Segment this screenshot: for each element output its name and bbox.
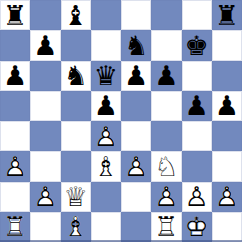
piece-black-knight[interactable]: ♞	[121, 30, 151, 60]
piece-glyph: ♔	[182, 212, 212, 242]
piece-glyph: ♟	[91, 91, 121, 121]
chess-board: ♜♝♜♟♞♚♟♞♛♟♟♟♟♟♟♙♟♙♝♗♟♙♞♘♟♙♛♕♟♙♟♙♟♙♜♖♝♗♜♖…	[0, 0, 242, 242]
square-h5[interactable]: ♟	[212, 91, 242, 121]
piece-white-pawn[interactable]: ♟♙	[151, 182, 181, 212]
square-g3[interactable]	[182, 151, 212, 181]
square-c4[interactable]	[61, 121, 91, 151]
piece-glyph: ♛	[91, 61, 121, 91]
piece-black-knight[interactable]: ♞	[61, 61, 91, 91]
piece-white-pawn[interactable]: ♟♙	[182, 182, 212, 212]
piece-glyph: ♟	[0, 61, 30, 91]
square-a4[interactable]	[0, 121, 30, 151]
square-f1[interactable]: ♜♖	[151, 212, 181, 242]
square-g5[interactable]: ♟	[182, 91, 212, 121]
piece-glyph: ♟	[151, 61, 181, 91]
square-h1[interactable]	[212, 212, 242, 242]
piece-white-bishop[interactable]: ♝♗	[61, 212, 91, 242]
piece-white-knight[interactable]: ♞♘	[151, 151, 181, 181]
square-a2[interactable]	[0, 182, 30, 212]
piece-glyph: ♟	[182, 91, 212, 121]
square-e1[interactable]	[121, 212, 151, 242]
square-c2[interactable]: ♛♕	[61, 182, 91, 212]
piece-white-bishop[interactable]: ♝♗	[91, 151, 121, 181]
square-e6[interactable]: ♟	[121, 61, 151, 91]
square-e5[interactable]	[121, 91, 151, 121]
square-b8[interactable]	[30, 0, 60, 30]
square-c5[interactable]	[61, 91, 91, 121]
piece-black-king[interactable]: ♚	[182, 30, 212, 60]
square-e4[interactable]	[121, 121, 151, 151]
square-e3[interactable]: ♟♙	[121, 151, 151, 181]
square-h6[interactable]	[212, 61, 242, 91]
square-d7[interactable]	[91, 30, 121, 60]
piece-glyph: ♜	[212, 0, 242, 30]
piece-glyph: ♖	[0, 212, 30, 242]
square-d5[interactable]: ♟	[91, 91, 121, 121]
square-b3[interactable]	[30, 151, 60, 181]
piece-black-pawn[interactable]: ♟	[151, 61, 181, 91]
piece-black-bishop[interactable]: ♝	[61, 0, 91, 30]
square-f7[interactable]	[151, 30, 181, 60]
square-g4[interactable]	[182, 121, 212, 151]
piece-glyph: ♙	[30, 182, 60, 212]
square-c3[interactable]	[61, 151, 91, 181]
piece-white-pawn[interactable]: ♟♙	[91, 121, 121, 151]
square-a6[interactable]: ♟	[0, 61, 30, 91]
piece-glyph: ♜	[0, 0, 30, 30]
piece-black-pawn[interactable]: ♟	[91, 91, 121, 121]
square-g8[interactable]	[182, 0, 212, 30]
square-e2[interactable]	[121, 182, 151, 212]
square-h3[interactable]	[212, 151, 242, 181]
piece-white-pawn[interactable]: ♟♙	[212, 182, 242, 212]
piece-glyph: ♟	[121, 61, 151, 91]
piece-glyph: ♟	[212, 91, 242, 121]
square-b5[interactable]	[30, 91, 60, 121]
square-g7[interactable]: ♚	[182, 30, 212, 60]
square-c7[interactable]	[61, 30, 91, 60]
piece-white-pawn[interactable]: ♟♙	[30, 182, 60, 212]
piece-black-pawn[interactable]: ♟	[182, 91, 212, 121]
square-b2[interactable]: ♟♙	[30, 182, 60, 212]
square-d8[interactable]	[91, 0, 121, 30]
piece-glyph: ♙	[91, 121, 121, 151]
piece-glyph: ♙	[212, 182, 242, 212]
square-d4[interactable]: ♟♙	[91, 121, 121, 151]
square-f2[interactable]: ♟♙	[151, 182, 181, 212]
piece-glyph: ♞	[121, 30, 151, 60]
square-b4[interactable]	[30, 121, 60, 151]
square-a5[interactable]	[0, 91, 30, 121]
square-g6[interactable]	[182, 61, 212, 91]
square-f4[interactable]	[151, 121, 181, 151]
piece-white-queen[interactable]: ♛♕	[61, 182, 91, 212]
square-h4[interactable]	[212, 121, 242, 151]
piece-black-pawn[interactable]: ♟	[0, 61, 30, 91]
square-d2[interactable]	[91, 182, 121, 212]
piece-black-pawn[interactable]: ♟	[30, 30, 60, 60]
piece-black-pawn[interactable]: ♟	[212, 91, 242, 121]
piece-glyph: ♟	[30, 30, 60, 60]
piece-glyph: ♙	[151, 182, 181, 212]
piece-glyph: ♝	[61, 0, 91, 30]
square-f5[interactable]	[151, 91, 181, 121]
square-h7[interactable]	[212, 30, 242, 60]
square-c1[interactable]: ♝♗	[61, 212, 91, 242]
square-d1[interactable]	[91, 212, 121, 242]
square-a3[interactable]: ♟♙	[0, 151, 30, 181]
piece-glyph: ♖	[151, 212, 181, 242]
piece-white-pawn[interactable]: ♟♙	[0, 151, 30, 181]
square-c6[interactable]: ♞	[61, 61, 91, 91]
square-g1[interactable]: ♚♔	[182, 212, 212, 242]
square-f8[interactable]	[151, 0, 181, 30]
piece-glyph: ♗	[61, 212, 91, 242]
piece-glyph: ♚	[182, 30, 212, 60]
piece-white-king[interactable]: ♚♔	[182, 212, 212, 242]
square-b6[interactable]	[30, 61, 60, 91]
piece-white-rook[interactable]: ♜♖	[151, 212, 181, 242]
square-b1[interactable]	[30, 212, 60, 242]
square-e8[interactable]	[121, 0, 151, 30]
square-d6[interactable]: ♛	[91, 61, 121, 91]
piece-black-rook[interactable]: ♜	[0, 0, 30, 30]
square-g2[interactable]: ♟♙	[182, 182, 212, 212]
piece-white-rook[interactable]: ♜♖	[0, 212, 30, 242]
square-b7[interactable]: ♟	[30, 30, 60, 60]
square-a1[interactable]: ♜♖	[0, 212, 30, 242]
piece-black-queen[interactable]: ♛	[91, 61, 121, 91]
piece-glyph: ♙	[121, 151, 151, 181]
square-a7[interactable]	[0, 30, 30, 60]
piece-glyph: ♕	[61, 182, 91, 212]
piece-glyph: ♞	[61, 61, 91, 91]
piece-black-rook[interactable]: ♜	[212, 0, 242, 30]
piece-black-pawn[interactable]: ♟	[121, 61, 151, 91]
piece-glyph: ♗	[91, 151, 121, 181]
square-d3[interactable]: ♝♗	[91, 151, 121, 181]
square-a8[interactable]: ♜	[0, 0, 30, 30]
piece-glyph: ♙	[182, 182, 212, 212]
piece-glyph: ♘	[151, 151, 181, 181]
square-h2[interactable]: ♟♙	[212, 182, 242, 212]
square-f6[interactable]: ♟	[151, 61, 181, 91]
square-f3[interactable]: ♞♘	[151, 151, 181, 181]
square-e7[interactable]: ♞	[121, 30, 151, 60]
piece-glyph: ♙	[0, 151, 30, 181]
piece-white-pawn[interactable]: ♟♙	[121, 151, 151, 181]
square-c8[interactable]: ♝	[61, 0, 91, 30]
square-h8[interactable]: ♜	[212, 0, 242, 30]
